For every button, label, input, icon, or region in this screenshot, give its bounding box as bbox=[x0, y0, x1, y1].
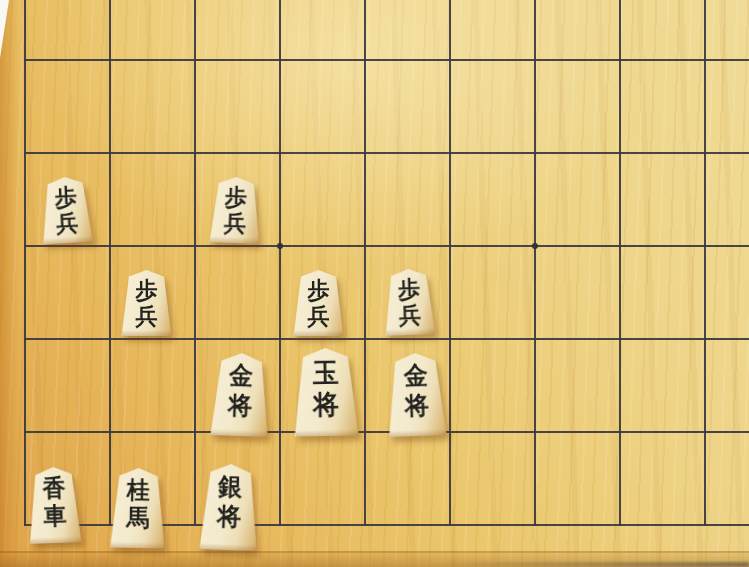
hoshi-dot bbox=[277, 243, 283, 249]
piece-kanji: 桂馬 bbox=[110, 477, 167, 530]
piece-kanji: 香車 bbox=[27, 475, 82, 529]
piece-kanji: 歩兵 bbox=[209, 184, 262, 235]
piece-gold[interactable]: 金将 bbox=[209, 352, 273, 437]
board-shadow bbox=[434, 562, 749, 567]
hoshi-dot bbox=[532, 243, 538, 249]
piece-kanji: 玉将 bbox=[293, 358, 359, 418]
shogi-board-photo: 歩兵歩兵歩兵歩兵歩兵金将玉将金将香車桂馬銀将 bbox=[0, 0, 749, 567]
piece-gold[interactable]: 金将 bbox=[385, 352, 449, 437]
piece-kanji: 歩兵 bbox=[121, 278, 172, 327]
piece-knight[interactable]: 桂馬 bbox=[108, 467, 167, 548]
piece-pawn[interactable]: 歩兵 bbox=[382, 268, 437, 336]
piece-pawn[interactable]: 歩兵 bbox=[120, 270, 173, 336]
piece-kanji: 歩兵 bbox=[293, 278, 344, 327]
piece-silver[interactable]: 銀将 bbox=[198, 463, 262, 551]
board-left-edge bbox=[0, 0, 19, 567]
piece-pawn[interactable]: 歩兵 bbox=[292, 270, 345, 336]
piece-kanji: 歩兵 bbox=[383, 276, 436, 327]
piece-pawn[interactable]: 歩兵 bbox=[38, 176, 94, 245]
piece-kanji: 銀将 bbox=[199, 473, 259, 530]
piece-king[interactable]: 玉将 bbox=[291, 347, 361, 436]
piece-lance[interactable]: 香車 bbox=[26, 466, 84, 544]
piece-kanji: 金将 bbox=[386, 362, 446, 419]
piece-kanji: 金将 bbox=[210, 362, 270, 419]
piece-kanji: 歩兵 bbox=[40, 184, 93, 236]
piece-pawn[interactable]: 歩兵 bbox=[208, 176, 263, 244]
board-grid bbox=[24, 0, 749, 526]
